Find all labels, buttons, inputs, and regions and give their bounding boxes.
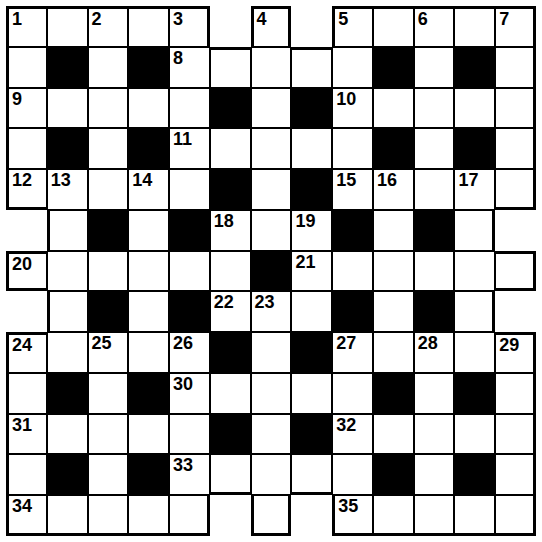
cell-r11c10[interactable] [373,414,414,455]
cell-r4c8[interactable] [291,128,332,169]
cell-r13c1[interactable]: 34 [6,495,47,536]
outside-area-r13c6 [210,495,251,536]
cell-r9c4[interactable] [128,332,169,373]
cell-r8c2[interactable] [47,291,88,332]
cell-r3c9[interactable]: 10 [332,88,373,129]
clue-number: 2 [92,10,102,28]
cell-r7c12[interactable] [454,251,495,292]
clue-number: 31 [12,416,32,434]
clue-number: 6 [418,10,428,28]
cell-r1c12[interactable] [454,6,495,47]
cell-r13c3[interactable] [88,495,129,536]
cell-r13c12[interactable] [454,495,495,536]
black-cell-r8c3 [88,291,129,332]
black-cell-r4c4 [128,128,169,169]
black-cell-r5c8 [291,169,332,210]
clue-number: 22 [214,293,234,311]
cell-r2c5[interactable]: 8 [169,47,210,88]
cell-r12c11[interactable] [414,454,455,495]
cell-r2c13[interactable] [495,47,536,88]
black-cell-r4c12 [454,128,495,169]
cell-r5c3[interactable] [88,169,129,210]
cell-r9c9[interactable]: 27 [332,332,373,373]
cell-r5c4[interactable]: 14 [128,169,169,210]
cell-r4c11[interactable] [414,128,455,169]
cell-r3c12[interactable] [454,88,495,129]
cell-r13c13[interactable] [495,495,536,536]
cell-r7c6[interactable] [210,251,251,292]
black-cell-r3c8 [291,88,332,129]
black-cell-r10c2 [47,373,88,414]
cell-r9c1[interactable]: 24 [6,332,47,373]
cell-r12c9[interactable] [332,454,373,495]
cell-r10c3[interactable] [88,373,129,414]
cell-r12c7[interactable] [251,454,292,495]
cell-r11c2[interactable] [47,414,88,455]
clue-number: 25 [92,334,112,352]
cell-r5c11[interactable] [414,169,455,210]
cell-r11c4[interactable] [128,414,169,455]
clue-number: 11 [173,130,192,148]
black-cell-r7c7 [251,251,292,292]
cell-r12c6[interactable] [210,454,251,495]
black-cell-r12c4 [128,454,169,495]
cell-r3c1[interactable]: 9 [6,88,47,129]
cell-r13c5[interactable] [169,495,210,536]
cell-r10c6[interactable] [210,373,251,414]
cell-r11c1[interactable]: 31 [6,414,47,455]
clue-number: 30 [173,375,193,393]
cell-r12c5[interactable]: 33 [169,454,210,495]
cell-r1c4[interactable] [128,6,169,47]
cell-r9c5[interactable]: 26 [169,332,210,373]
black-cell-r8c11 [414,291,455,332]
clue-number: 4 [257,10,267,28]
cell-r9c3[interactable]: 25 [88,332,129,373]
cell-r6c6[interactable]: 18 [210,210,251,251]
cell-r5c7[interactable] [251,169,292,210]
cell-r11c11[interactable] [414,414,455,455]
cell-r8c6[interactable]: 22 [210,291,251,332]
cell-r13c10[interactable] [373,495,414,536]
cell-r7c1[interactable]: 20 [6,251,47,292]
black-cell-r6c9 [332,210,373,251]
cell-r8c8[interactable] [291,291,332,332]
cell-r7c5[interactable] [169,251,210,292]
cell-r10c9[interactable] [332,373,373,414]
black-cell-r12c12 [454,454,495,495]
cell-r9c11[interactable]: 28 [414,332,455,373]
clue-number: 15 [336,171,356,189]
cell-r4c6[interactable] [210,128,251,169]
black-cell-r2c12 [454,47,495,88]
cell-r2c6[interactable] [210,47,251,88]
cell-r2c11[interactable] [414,47,455,88]
cell-r7c4[interactable] [128,251,169,292]
cell-r7c10[interactable] [373,251,414,292]
cell-r2c7[interactable] [251,47,292,88]
clue-number: 1 [12,10,22,28]
clue-number: 34 [12,497,32,515]
black-cell-r5c6 [210,169,251,210]
black-cell-r4c10 [373,128,414,169]
cell-r1c7[interactable]: 4 [251,6,292,47]
black-cell-r12c10 [373,454,414,495]
cell-r7c9[interactable] [332,251,373,292]
cell-r1c2[interactable] [47,6,88,47]
clue-number: 17 [458,171,478,189]
black-cell-r11c8 [291,414,332,455]
cell-r3c2[interactable] [47,88,88,129]
clue-number: 32 [336,416,356,434]
cell-r5c5[interactable] [169,169,210,210]
cell-r13c7[interactable] [251,495,292,536]
cell-r7c11[interactable] [414,251,455,292]
clue-number: 24 [12,336,32,354]
clue-number: 28 [418,334,438,352]
cell-r5c12[interactable]: 17 [454,169,495,210]
black-cell-r9c6 [210,332,251,373]
cell-r11c13[interactable] [495,414,536,455]
cell-r1c1[interactable]: 1 [6,6,47,47]
cell-r12c1[interactable] [6,454,47,495]
cell-r9c13[interactable]: 29 [495,332,536,373]
cell-r4c5[interactable]: 11 [169,128,210,169]
cell-r12c13[interactable] [495,454,536,495]
cell-r2c8[interactable] [291,47,332,88]
cell-r1c11[interactable]: 6 [414,6,455,47]
clue-number: 10 [336,90,356,108]
clue-number: 9 [12,90,22,108]
clue-number: 20 [12,255,32,273]
cell-r3c4[interactable] [128,88,169,129]
cell-r5c13[interactable] [495,169,536,210]
cell-r1c5[interactable]: 3 [169,6,210,47]
cell-r3c13[interactable] [495,88,536,129]
black-cell-r2c2 [47,47,88,88]
black-cell-r10c10 [373,373,414,414]
clue-number: 29 [499,336,519,354]
clue-number: 27 [336,334,356,352]
cell-r11c3[interactable] [88,414,129,455]
clue-number: 8 [173,49,183,67]
black-cell-r4c2 [47,128,88,169]
cell-r6c2[interactable] [47,210,88,251]
cell-r2c3[interactable] [88,47,129,88]
cell-r6c4[interactable] [128,210,169,251]
cell-r13c11[interactable] [414,495,455,536]
cell-r10c11[interactable] [414,373,455,414]
cell-r10c13[interactable] [495,373,536,414]
clue-number: 5 [338,10,348,28]
cell-r11c12[interactable] [454,414,495,455]
clue-number: 26 [173,334,193,352]
cell-r10c8[interactable] [291,373,332,414]
outside-area-r1c6 [210,6,251,47]
black-cell-r3c6 [210,88,251,129]
clue-number: 14 [132,171,152,189]
black-cell-r10c4 [128,373,169,414]
black-cell-r8c5 [169,291,210,332]
cell-r8c7[interactable]: 23 [251,291,292,332]
clue-number: 16 [377,171,397,189]
black-cell-r6c11 [414,210,455,251]
cell-r8c4[interactable] [128,291,169,332]
cell-r12c8[interactable] [291,454,332,495]
cell-r1c3[interactable]: 2 [88,6,129,47]
cell-r1c10[interactable] [373,6,414,47]
black-cell-r2c4 [128,47,169,88]
cell-r12c3[interactable] [88,454,129,495]
black-cell-r11c6 [210,414,251,455]
black-cell-r2c10 [373,47,414,88]
clue-number: 33 [173,456,193,474]
cell-r9c7[interactable] [251,332,292,373]
black-cell-r10c12 [454,373,495,414]
cell-r7c3[interactable] [88,251,129,292]
clue-number: 35 [338,497,358,515]
cell-r11c7[interactable] [251,414,292,455]
cell-r3c7[interactable] [251,88,292,129]
clue-number: 12 [12,171,32,189]
cell-r4c1[interactable] [6,128,47,169]
cell-r3c11[interactable] [414,88,455,129]
cell-r11c9[interactable]: 32 [332,414,373,455]
cell-r7c8[interactable]: 21 [291,251,332,292]
cell-r3c3[interactable] [88,88,129,129]
cell-r6c8[interactable]: 19 [291,210,332,251]
cell-r1c9[interactable]: 5 [332,6,373,47]
cell-r9c12[interactable] [454,332,495,373]
outside-area-r8c13 [495,291,536,332]
cell-r10c5[interactable]: 30 [169,373,210,414]
black-cell-r6c3 [88,210,129,251]
cell-r13c9[interactable]: 35 [332,495,373,536]
cell-r11c5[interactable] [169,414,210,455]
clue-number: 18 [214,212,234,230]
cell-r7c2[interactable] [47,251,88,292]
outside-area-r13c8 [291,495,332,536]
cell-r6c12[interactable] [454,210,495,251]
cell-r10c1[interactable] [6,373,47,414]
cell-r4c13[interactable] [495,128,536,169]
cell-r3c10[interactable] [373,88,414,129]
clue-number: 3 [173,10,183,28]
cell-r5c10[interactable]: 16 [373,169,414,210]
cell-r5c1[interactable]: 12 [6,169,47,210]
cell-r2c1[interactable] [6,47,47,88]
crossword-grid: 1234567891011121314151617181920212223242… [6,6,536,536]
cell-r8c10[interactable] [373,291,414,332]
cell-r5c2[interactable]: 13 [47,169,88,210]
outside-area-r6c13 [495,210,536,251]
cell-r2c9[interactable] [332,47,373,88]
outside-area-r6c1 [6,210,47,251]
clue-number: 7 [499,10,509,28]
cell-r4c9[interactable] [332,128,373,169]
cell-r6c7[interactable] [251,210,292,251]
cell-r9c2[interactable] [47,332,88,373]
cell-r8c12[interactable] [454,291,495,332]
black-cell-r6c5 [169,210,210,251]
black-cell-r9c8 [291,332,332,373]
cell-r6c10[interactable] [373,210,414,251]
cell-r13c4[interactable] [128,495,169,536]
cell-r4c7[interactable] [251,128,292,169]
cell-r1c13[interactable]: 7 [495,6,536,47]
cell-r4c3[interactable] [88,128,129,169]
outside-area-r1c8 [291,6,332,47]
cell-r5c9[interactable]: 15 [332,169,373,210]
cell-r7c13[interactable] [495,251,536,292]
clue-number: 21 [295,253,315,271]
cell-r3c5[interactable] [169,88,210,129]
clue-number: 19 [295,212,315,230]
black-cell-r8c9 [332,291,373,332]
cell-r9c10[interactable] [373,332,414,373]
cell-r13c2[interactable] [47,495,88,536]
clue-number: 23 [255,293,275,311]
black-cell-r12c2 [47,454,88,495]
clue-number: 13 [51,171,71,189]
cell-r10c7[interactable] [251,373,292,414]
outside-area-r8c1 [6,291,47,332]
